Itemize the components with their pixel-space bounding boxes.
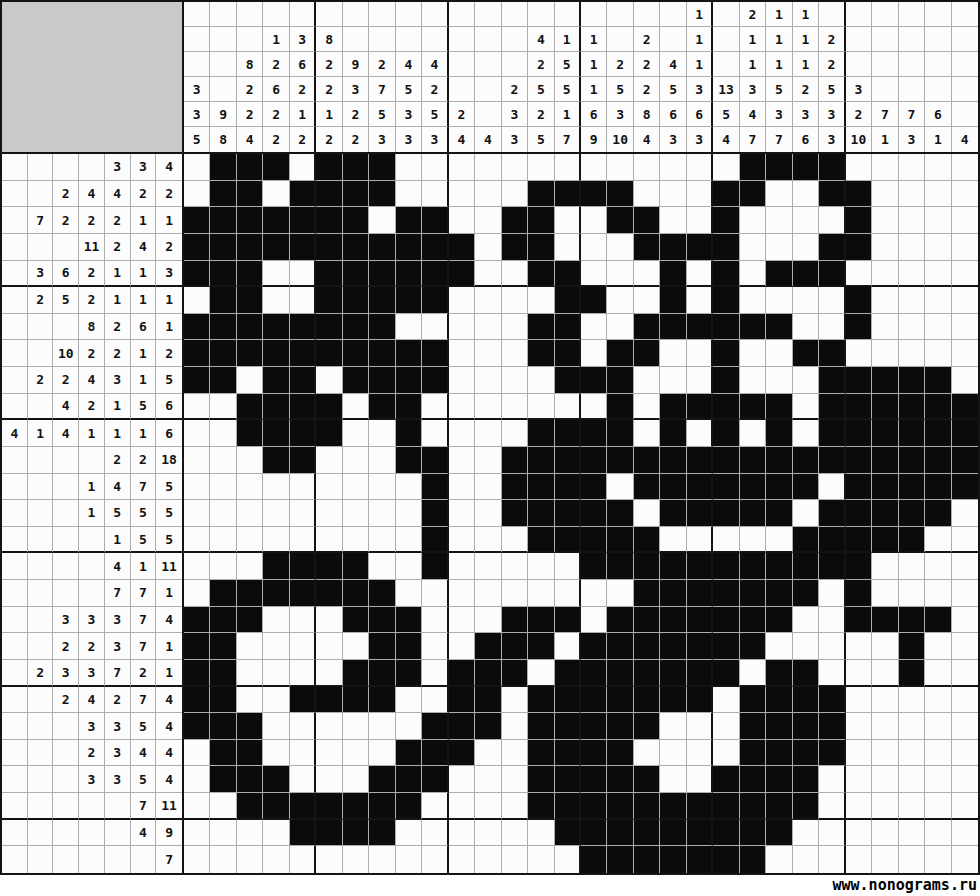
grid-cell[interactable] <box>846 500 872 527</box>
grid-cell[interactable] <box>184 527 210 554</box>
grid-cell[interactable] <box>263 687 289 714</box>
row-clue[interactable]: 4 <box>131 740 157 767</box>
grid-cell[interactable] <box>555 580 581 607</box>
grid-cell[interactable] <box>475 740 501 767</box>
grid-cell[interactable] <box>846 633 872 660</box>
grid-cell[interactable] <box>687 474 713 501</box>
grid-cell[interactable] <box>449 447 475 474</box>
grid-cell[interactable] <box>184 261 210 288</box>
grid-cell[interactable] <box>369 766 395 793</box>
grid-cell[interactable] <box>740 553 766 580</box>
grid-cell[interactable] <box>316 154 342 181</box>
grid-cell[interactable] <box>607 687 633 714</box>
grid-cell[interactable] <box>713 287 739 314</box>
grid-cell[interactable] <box>925 660 951 687</box>
grid-cell[interactable] <box>210 766 236 793</box>
col-clue[interactable]: 1 <box>263 27 289 52</box>
grid-cell[interactable] <box>502 820 528 847</box>
grid-cell[interactable] <box>396 420 422 447</box>
grid-cell[interactable] <box>422 314 448 341</box>
grid-cell[interactable] <box>316 553 342 580</box>
grid-cell[interactable] <box>899 287 925 314</box>
grid-cell[interactable] <box>687 340 713 367</box>
grid-cell[interactable] <box>316 660 342 687</box>
grid-cell[interactable] <box>528 420 554 447</box>
row-clue[interactable]: 3 <box>105 154 131 181</box>
grid-cell[interactable] <box>475 447 501 474</box>
grid-cell[interactable] <box>846 846 872 873</box>
col-clue[interactable]: 7 <box>369 77 395 102</box>
grid-cell[interactable] <box>555 740 581 767</box>
grid-cell[interactable] <box>872 447 898 474</box>
grid-cell[interactable] <box>369 740 395 767</box>
grid-cell[interactable] <box>343 234 369 261</box>
grid-cell[interactable] <box>343 367 369 394</box>
grid-cell[interactable] <box>793 314 819 341</box>
col-clue[interactable]: 5 <box>422 102 448 127</box>
col-clue[interactable]: 4 <box>740 102 766 127</box>
grid-cell[interactable] <box>502 713 528 740</box>
row-clue[interactable]: 4 <box>2 420 28 447</box>
grid-cell[interactable] <box>660 553 686 580</box>
grid-cell[interactable] <box>952 660 978 687</box>
grid-cell[interactable] <box>184 367 210 394</box>
grid-cell[interactable] <box>952 447 978 474</box>
grid-cell[interactable] <box>316 633 342 660</box>
row-clue[interactable]: 1 <box>131 420 157 447</box>
grid-cell[interactable] <box>713 846 739 873</box>
col-clue[interactable]: 10 <box>607 127 633 152</box>
grid-cell[interactable] <box>316 474 342 501</box>
row-clue[interactable]: 4 <box>79 687 105 714</box>
grid-cell[interactable] <box>449 314 475 341</box>
grid-cell[interactable] <box>449 553 475 580</box>
grid-cell[interactable] <box>555 820 581 847</box>
col-clue[interactable]: 1 <box>740 27 766 52</box>
grid-cell[interactable] <box>660 314 686 341</box>
grid-cell[interactable] <box>793 420 819 447</box>
row-clue[interactable]: 1 <box>156 633 182 660</box>
row-clue[interactable]: 2 <box>105 447 131 474</box>
grid-cell[interactable] <box>263 607 289 634</box>
grid-cell[interactable] <box>369 687 395 714</box>
col-clue[interactable]: 6 <box>581 102 607 127</box>
grid-cell[interactable] <box>607 234 633 261</box>
grid-cell[interactable] <box>952 553 978 580</box>
grid-cell[interactable] <box>925 740 951 767</box>
grid-cell[interactable] <box>396 447 422 474</box>
grid-cell[interactable] <box>872 394 898 421</box>
grid-cell[interactable] <box>555 633 581 660</box>
grid-cell[interactable] <box>449 287 475 314</box>
grid-cell[interactable] <box>634 314 660 341</box>
grid-cell[interactable] <box>502 660 528 687</box>
row-clue[interactable]: 6 <box>131 314 157 341</box>
col-clue[interactable]: 2 <box>819 27 845 52</box>
row-clue[interactable]: 3 <box>79 607 105 634</box>
grid-cell[interactable] <box>713 553 739 580</box>
col-clue[interactable]: 8 <box>237 52 263 77</box>
grid-cell[interactable] <box>290 687 316 714</box>
grid-cell[interactable] <box>687 181 713 208</box>
col-clue[interactable]: 3 <box>502 127 528 152</box>
grid-cell[interactable] <box>184 314 210 341</box>
row-clue[interactable]: 4 <box>131 820 157 847</box>
grid-cell[interactable] <box>766 474 792 501</box>
grid-cell[interactable] <box>528 766 554 793</box>
row-clue[interactable]: 1 <box>105 287 131 314</box>
grid-cell[interactable] <box>290 234 316 261</box>
grid-cell[interactable] <box>475 580 501 607</box>
grid-cell[interactable] <box>872 846 898 873</box>
grid-cell[interactable] <box>528 820 554 847</box>
grid-cell[interactable] <box>369 181 395 208</box>
row-clue[interactable]: 2 <box>79 394 105 421</box>
grid-cell[interactable] <box>899 367 925 394</box>
col-clue[interactable]: 8 <box>316 27 342 52</box>
row-clue[interactable]: 1 <box>131 207 157 234</box>
grid-cell[interactable] <box>369 314 395 341</box>
grid-cell[interactable] <box>316 527 342 554</box>
grid-cell[interactable] <box>237 394 263 421</box>
grid-cell[interactable] <box>555 181 581 208</box>
grid-cell[interactable] <box>263 553 289 580</box>
grid-cell[interactable] <box>634 447 660 474</box>
grid-cell[interactable] <box>766 580 792 607</box>
grid-cell[interactable] <box>899 793 925 820</box>
row-clue[interactable]: 11 <box>79 234 105 261</box>
grid-cell[interactable] <box>819 474 845 501</box>
grid-cell[interactable] <box>899 580 925 607</box>
grid-cell[interactable] <box>237 633 263 660</box>
grid-cell[interactable] <box>502 340 528 367</box>
grid-cell[interactable] <box>740 394 766 421</box>
grid-cell[interactable] <box>502 607 528 634</box>
grid-cell[interactable] <box>793 766 819 793</box>
grid-cell[interactable] <box>925 580 951 607</box>
grid-cell[interactable] <box>316 607 342 634</box>
grid-cell[interactable] <box>449 234 475 261</box>
grid-cell[interactable] <box>740 314 766 341</box>
grid-cell[interactable] <box>263 207 289 234</box>
grid-cell[interactable] <box>369 793 395 820</box>
grid-cell[interactable] <box>819 367 845 394</box>
grid-cell[interactable] <box>210 287 236 314</box>
grid-cell[interactable] <box>343 820 369 847</box>
col-clue[interactable]: 2 <box>263 52 289 77</box>
grid-cell[interactable] <box>793 181 819 208</box>
col-clue[interactable]: 3 <box>740 77 766 102</box>
grid-cell[interactable] <box>343 474 369 501</box>
row-clue[interactable]: 1 <box>79 474 105 501</box>
grid-cell[interactable] <box>343 261 369 288</box>
grid-cell[interactable] <box>449 420 475 447</box>
grid-cell[interactable] <box>263 314 289 341</box>
grid-cell[interactable] <box>766 340 792 367</box>
grid-cell[interactable] <box>290 553 316 580</box>
grid-cell[interactable] <box>766 234 792 261</box>
col-clue[interactable]: 5 <box>607 77 633 102</box>
grid-cell[interactable] <box>343 207 369 234</box>
grid-cell[interactable] <box>687 660 713 687</box>
grid-cell[interactable] <box>899 846 925 873</box>
grid-cell[interactable] <box>581 420 607 447</box>
col-clue[interactable]: 1 <box>581 52 607 77</box>
grid-cell[interactable] <box>740 607 766 634</box>
grid-cell[interactable] <box>846 420 872 447</box>
grid-cell[interactable] <box>952 181 978 208</box>
grid-cell[interactable] <box>343 314 369 341</box>
grid-cell[interactable] <box>872 234 898 261</box>
grid-cell[interactable] <box>184 766 210 793</box>
grid-cell[interactable] <box>502 287 528 314</box>
row-clue[interactable]: 3 <box>105 367 131 394</box>
grid-cell[interactable] <box>316 207 342 234</box>
grid-cell[interactable] <box>343 340 369 367</box>
grid-cell[interactable] <box>263 181 289 208</box>
grid-cell[interactable] <box>713 820 739 847</box>
grid-cell[interactable] <box>872 793 898 820</box>
grid-cell[interactable] <box>952 846 978 873</box>
grid-cell[interactable] <box>290 447 316 474</box>
grid-cell[interactable] <box>713 580 739 607</box>
grid-cell[interactable] <box>528 713 554 740</box>
row-clue[interactable]: 7 <box>131 793 157 820</box>
grid-cell[interactable] <box>316 367 342 394</box>
grid-cell[interactable] <box>422 527 448 554</box>
grid-cell[interactable] <box>846 740 872 767</box>
grid-cell[interactable] <box>660 607 686 634</box>
grid-cell[interactable] <box>369 447 395 474</box>
grid-cell[interactable] <box>343 713 369 740</box>
grid-cell[interactable] <box>766 207 792 234</box>
grid-cell[interactable] <box>740 181 766 208</box>
grid-cell[interactable] <box>740 527 766 554</box>
row-clue[interactable]: 3 <box>79 660 105 687</box>
grid-cell[interactable] <box>422 340 448 367</box>
grid-cell[interactable] <box>184 234 210 261</box>
grid-cell[interactable] <box>952 607 978 634</box>
grid-cell[interactable] <box>740 580 766 607</box>
col-clue[interactable]: 3 <box>184 77 210 102</box>
grid-cell[interactable] <box>502 766 528 793</box>
grid-cell[interactable] <box>184 793 210 820</box>
row-clue[interactable]: 5 <box>131 500 157 527</box>
grid-cell[interactable] <box>952 154 978 181</box>
col-clue[interactable]: 7 <box>872 102 898 127</box>
grid-cell[interactable] <box>925 500 951 527</box>
grid-cell[interactable] <box>713 687 739 714</box>
grid-cell[interactable] <box>210 154 236 181</box>
grid-cell[interactable] <box>422 474 448 501</box>
col-clue[interactable]: 1 <box>687 27 713 52</box>
grid-cell[interactable] <box>528 154 554 181</box>
grid-cell[interactable] <box>925 687 951 714</box>
grid-cell[interactable] <box>766 766 792 793</box>
grid-cell[interactable] <box>899 207 925 234</box>
grid-cell[interactable] <box>607 474 633 501</box>
grid-cell[interactable] <box>713 633 739 660</box>
row-clue[interactable]: 7 <box>131 607 157 634</box>
grid-cell[interactable] <box>660 394 686 421</box>
grid-cell[interactable] <box>263 846 289 873</box>
grid-cell[interactable] <box>819 820 845 847</box>
grid-cell[interactable] <box>502 420 528 447</box>
row-clue[interactable]: 4 <box>156 607 182 634</box>
grid-cell[interactable] <box>449 154 475 181</box>
row-clue[interactable]: 1 <box>105 527 131 554</box>
grid-cell[interactable] <box>237 793 263 820</box>
grid-cell[interactable] <box>952 420 978 447</box>
grid-cell[interactable] <box>210 527 236 554</box>
col-clue[interactable]: 2 <box>528 52 554 77</box>
grid-cell[interactable] <box>713 314 739 341</box>
grid-cell[interactable] <box>581 766 607 793</box>
grid-cell[interactable] <box>952 340 978 367</box>
grid-cell[interactable] <box>396 793 422 820</box>
grid-cell[interactable] <box>316 500 342 527</box>
grid-cell[interactable] <box>713 394 739 421</box>
grid-cell[interactable] <box>581 154 607 181</box>
grid-cell[interactable] <box>581 474 607 501</box>
grid-cell[interactable] <box>634 580 660 607</box>
row-clue[interactable]: 4 <box>156 740 182 767</box>
grid-cell[interactable] <box>925 633 951 660</box>
grid-cell[interactable] <box>634 340 660 367</box>
col-clue[interactable]: 2 <box>740 2 766 27</box>
grid-cell[interactable] <box>449 340 475 367</box>
grid-cell[interactable] <box>925 420 951 447</box>
grid-cell[interactable] <box>634 234 660 261</box>
grid-cell[interactable] <box>237 314 263 341</box>
grid-cell[interactable] <box>316 394 342 421</box>
grid-cell[interactable] <box>819 261 845 288</box>
grid-cell[interactable] <box>793 687 819 714</box>
grid-cell[interactable] <box>634 740 660 767</box>
col-clue[interactable]: 2 <box>846 102 872 127</box>
grid-cell[interactable] <box>475 553 501 580</box>
grid-cell[interactable] <box>952 633 978 660</box>
col-clue[interactable]: 1 <box>290 102 316 127</box>
grid-cell[interactable] <box>528 261 554 288</box>
col-clue[interactable]: 4 <box>475 127 501 152</box>
col-clue[interactable]: 3 <box>819 127 845 152</box>
grid-cell[interactable] <box>925 766 951 793</box>
grid-cell[interactable] <box>343 607 369 634</box>
row-clue[interactable]: 2 <box>79 740 105 767</box>
col-clue[interactable]: 5 <box>369 102 395 127</box>
col-clue[interactable]: 2 <box>528 102 554 127</box>
grid-cell[interactable] <box>316 287 342 314</box>
row-clue[interactable]: 7 <box>131 580 157 607</box>
grid-cell[interactable] <box>422 766 448 793</box>
grid-cell[interactable] <box>555 394 581 421</box>
grid-cell[interactable] <box>846 607 872 634</box>
grid-cell[interactable] <box>793 234 819 261</box>
col-clue[interactable]: 4 <box>634 127 660 152</box>
grid-cell[interactable] <box>713 181 739 208</box>
grid-cell[interactable] <box>343 287 369 314</box>
grid-cell[interactable] <box>793 580 819 607</box>
grid-cell[interactable] <box>422 420 448 447</box>
grid-cell[interactable] <box>899 660 925 687</box>
grid-cell[interactable] <box>555 766 581 793</box>
grid-cell[interactable] <box>210 500 236 527</box>
grid-cell[interactable] <box>237 713 263 740</box>
col-clue[interactable]: 1 <box>555 102 581 127</box>
grid-cell[interactable] <box>925 527 951 554</box>
grid-cell[interactable] <box>475 820 501 847</box>
grid-cell[interactable] <box>555 367 581 394</box>
grid-cell[interactable] <box>687 314 713 341</box>
grid-cell[interactable] <box>846 340 872 367</box>
grid-cell[interactable] <box>475 474 501 501</box>
grid-cell[interactable] <box>872 314 898 341</box>
row-clue[interactable]: 4 <box>156 766 182 793</box>
grid-cell[interactable] <box>290 420 316 447</box>
grid-cell[interactable] <box>766 181 792 208</box>
grid-cell[interactable] <box>740 207 766 234</box>
grid-cell[interactable] <box>740 420 766 447</box>
grid-cell[interactable] <box>660 660 686 687</box>
grid-cell[interactable] <box>766 793 792 820</box>
grid-cell[interactable] <box>528 740 554 767</box>
grid-cell[interactable] <box>369 553 395 580</box>
grid-cell[interactable] <box>952 740 978 767</box>
grid-cell[interactable] <box>793 527 819 554</box>
grid-cell[interactable] <box>740 793 766 820</box>
grid-cell[interactable] <box>369 394 395 421</box>
grid-cell[interactable] <box>396 234 422 261</box>
grid-cell[interactable] <box>184 846 210 873</box>
col-clue[interactable]: 2 <box>793 77 819 102</box>
grid-cell[interactable] <box>422 607 448 634</box>
grid-cell[interactable] <box>290 287 316 314</box>
col-clue[interactable]: 8 <box>210 127 236 152</box>
row-clue[interactable]: 1 <box>131 340 157 367</box>
grid-cell[interactable] <box>607 340 633 367</box>
grid-cell[interactable] <box>872 287 898 314</box>
grid-cell[interactable] <box>872 474 898 501</box>
grid-cell[interactable] <box>290 500 316 527</box>
grid-cell[interactable] <box>528 447 554 474</box>
grid-cell[interactable] <box>210 181 236 208</box>
grid-cell[interactable] <box>237 607 263 634</box>
grid-cell[interactable] <box>290 367 316 394</box>
grid-cell[interactable] <box>819 420 845 447</box>
grid-cell[interactable] <box>210 713 236 740</box>
grid-cell[interactable] <box>660 846 686 873</box>
grid-cell[interactable] <box>925 234 951 261</box>
grid-cell[interactable] <box>449 820 475 847</box>
row-clue[interactable]: 6 <box>156 420 182 447</box>
row-clue[interactable]: 1 <box>79 420 105 447</box>
grid-cell[interactable] <box>343 580 369 607</box>
grid-cell[interactable] <box>607 500 633 527</box>
col-clue[interactable]: 9 <box>210 102 236 127</box>
row-clue[interactable]: 10 <box>53 340 79 367</box>
grid-cell[interactable] <box>528 234 554 261</box>
grid-cell[interactable] <box>449 474 475 501</box>
grid-cell[interactable] <box>846 287 872 314</box>
grid-cell[interactable] <box>422 234 448 261</box>
col-clue[interactable]: 9 <box>581 127 607 152</box>
grid-cell[interactable] <box>369 340 395 367</box>
grid-cell[interactable] <box>660 420 686 447</box>
grid-cell[interactable] <box>555 154 581 181</box>
grid-cell[interactable] <box>634 766 660 793</box>
grid-cell[interactable] <box>369 713 395 740</box>
